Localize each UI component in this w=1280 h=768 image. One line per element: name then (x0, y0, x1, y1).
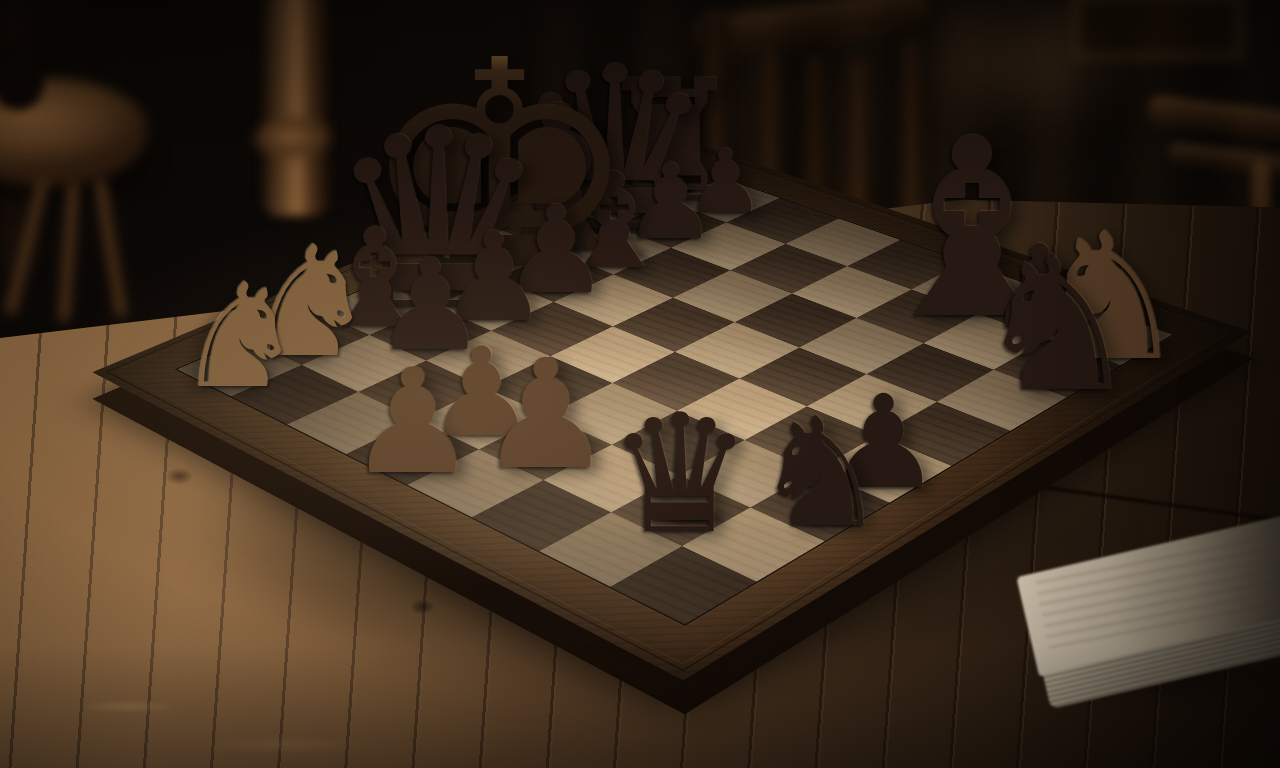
piece-n-c1[interactable]: ♞ (745, 398, 896, 549)
piece-layer: ♞♞♝♛♚♝♛♜♟♟♟♝♟♟♟♟♟♝♟♞♞♛♞♟ (0, 0, 1280, 768)
piece-n-a8[interactable]: ♞ (168, 264, 312, 408)
piece-n-g1[interactable]: ♞ (964, 232, 1150, 418)
piece-p-a5[interactable]: ♟ (340, 349, 485, 494)
scene: ♞♞♝♛♚♝♛♜♟♟♟♝♟♟♟♟♟♝♟♞♞♛♞♟ (0, 0, 1280, 768)
piece-q-b2[interactable]: ♛ (598, 393, 762, 557)
